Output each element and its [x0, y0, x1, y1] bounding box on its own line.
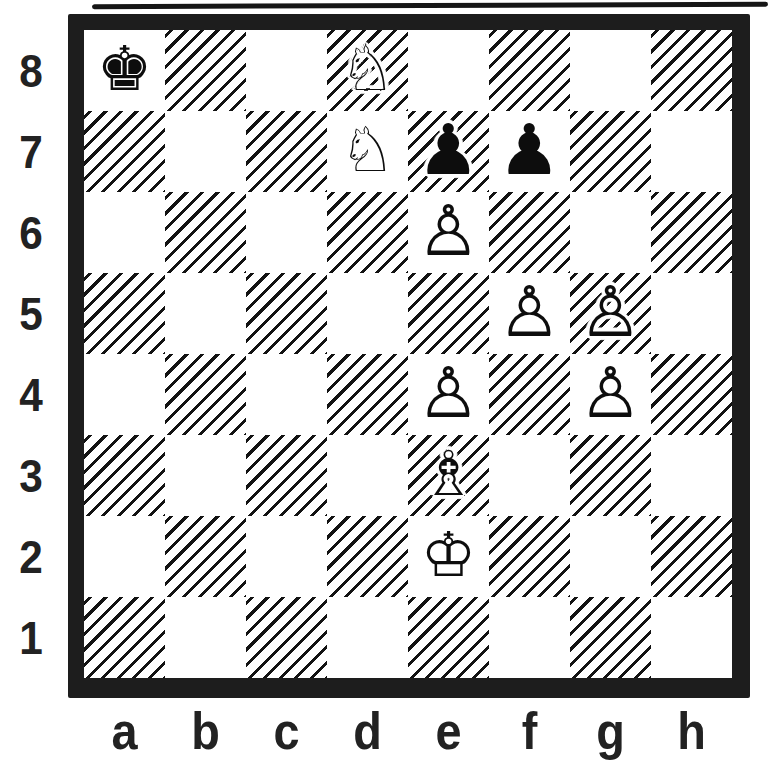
square-e8: [408, 30, 489, 111]
square-c4: [246, 354, 327, 435]
square-h3: [651, 435, 732, 516]
square-f4: [489, 354, 570, 435]
square-f5: ♙: [489, 273, 570, 354]
white-knight: ♘: [327, 109, 408, 190]
file-labels: abcdefgh: [84, 700, 732, 762]
square-e6: ♙: [408, 192, 489, 273]
file-label-d: d: [331, 700, 404, 762]
square-g8: [570, 30, 651, 111]
square-h8: [651, 30, 732, 111]
square-h6: [651, 192, 732, 273]
square-e7: ♟: [408, 111, 489, 192]
square-b2: [165, 516, 246, 597]
square-d1: [327, 597, 408, 678]
board: ♚♘♘♟♟♙♙♙♙♙♗♔: [84, 30, 732, 678]
square-h4: [651, 354, 732, 435]
square-a5: [84, 273, 165, 354]
square-a8: ♚: [84, 30, 165, 111]
white-pawn: ♙: [489, 271, 570, 352]
white-pawn: ♙: [570, 271, 651, 352]
square-f8: [489, 30, 570, 111]
file-label-b: b: [169, 700, 242, 762]
file-label-h: h: [655, 700, 728, 762]
square-g2: [570, 516, 651, 597]
square-e2: ♔: [408, 516, 489, 597]
square-e4: ♙: [408, 354, 489, 435]
black-pawn: ♟: [489, 109, 570, 190]
rank-label-3: 3: [2, 435, 59, 516]
rank-labels: 87654321: [0, 30, 62, 678]
square-f7: ♟: [489, 111, 570, 192]
square-f1: [489, 597, 570, 678]
rank-label-8: 8: [2, 30, 59, 111]
square-a7: [84, 111, 165, 192]
square-a6: [84, 192, 165, 273]
square-e1: [408, 597, 489, 678]
square-c7: [246, 111, 327, 192]
square-a1: [84, 597, 165, 678]
square-h1: [651, 597, 732, 678]
square-f2: [489, 516, 570, 597]
rank-label-1: 1: [2, 597, 59, 678]
white-pawn: ♙: [408, 190, 489, 271]
square-f6: [489, 192, 570, 273]
rank-label-6: 6: [2, 192, 59, 273]
square-g7: [570, 111, 651, 192]
square-b6: [165, 192, 246, 273]
square-c2: [246, 516, 327, 597]
square-c1: [246, 597, 327, 678]
square-h2: [651, 516, 732, 597]
square-g3: [570, 435, 651, 516]
square-h7: [651, 111, 732, 192]
square-c6: [246, 192, 327, 273]
square-d6: [327, 192, 408, 273]
file-label-a: a: [88, 700, 161, 762]
square-c5: [246, 273, 327, 354]
square-a4: [84, 354, 165, 435]
square-d7: ♘: [327, 111, 408, 192]
black-king: ♚: [84, 28, 165, 109]
square-e5: [408, 273, 489, 354]
black-pawn: ♟: [408, 109, 489, 190]
square-b8: [165, 30, 246, 111]
rank-label-2: 2: [2, 516, 59, 597]
board-frame: ♚♘♘♟♟♙♙♙♙♙♗♔: [68, 14, 750, 698]
square-d2: [327, 516, 408, 597]
file-label-f: f: [493, 700, 566, 762]
scan-artifact-line: [92, 2, 768, 9]
square-a3: [84, 435, 165, 516]
rank-label-4: 4: [2, 354, 59, 435]
chess-diagram-page: 87654321 ♚♘♘♟♟♙♙♙♙♙♗♔ abcdefgh: [0, 0, 768, 768]
file-label-c: c: [250, 700, 323, 762]
white-knight: ♘: [327, 28, 408, 109]
square-g4: ♙: [570, 354, 651, 435]
square-c8: [246, 30, 327, 111]
square-d5: [327, 273, 408, 354]
square-b5: [165, 273, 246, 354]
square-c3: [246, 435, 327, 516]
square-d8: ♘: [327, 30, 408, 111]
square-g1: [570, 597, 651, 678]
file-label-g: g: [574, 700, 647, 762]
square-b1: [165, 597, 246, 678]
square-d3: [327, 435, 408, 516]
square-h5: [651, 273, 732, 354]
square-b7: [165, 111, 246, 192]
square-f3: [489, 435, 570, 516]
file-label-e: e: [412, 700, 485, 762]
square-d4: [327, 354, 408, 435]
square-b4: [165, 354, 246, 435]
white-bishop: ♗: [408, 433, 489, 514]
square-e3: ♗: [408, 435, 489, 516]
white-pawn: ♙: [408, 352, 489, 433]
rank-label-5: 5: [2, 273, 59, 354]
white-king: ♔: [408, 514, 489, 595]
white-pawn: ♙: [570, 352, 651, 433]
square-g5: ♙: [570, 273, 651, 354]
square-g6: [570, 192, 651, 273]
rank-label-7: 7: [2, 111, 59, 192]
square-a2: [84, 516, 165, 597]
square-b3: [165, 435, 246, 516]
